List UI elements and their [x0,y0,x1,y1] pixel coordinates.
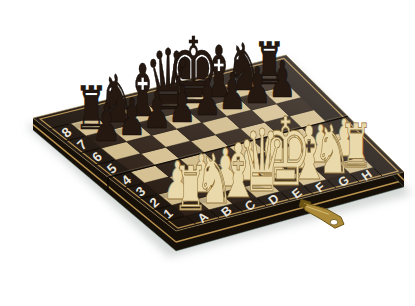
piece-black-pawn-d7[interactable]: ♟ [168,75,196,134]
piece-black-pawn-b7[interactable]: ♟ [117,86,146,146]
piece-white-rook-a1[interactable]: ♜ [174,152,208,224]
piece-black-pawn-a7[interactable]: ♟ [92,93,121,153]
clasp-hole [330,219,338,225]
piece-black-pawn-c7[interactable]: ♟ [143,80,172,140]
piece-black-pawn-e7[interactable]: ♟ [193,69,221,128]
chessboard-photo-scene: 12345678ABCDEFGH♜♞♟♝♟♚♟♛♟♝♟♞♟♜♟♟♟♟♜♟♞♟♝♟… [0,0,415,306]
